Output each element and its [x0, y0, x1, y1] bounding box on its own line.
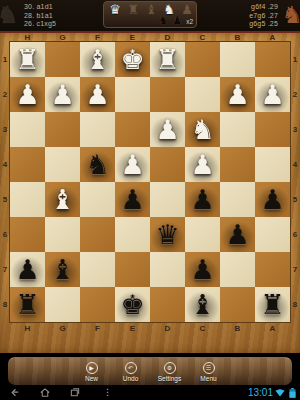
undo-button-label: Undo	[123, 375, 139, 382]
battery-icon	[289, 388, 296, 398]
square-d1[interactable]: ♜	[150, 42, 185, 77]
square-h3[interactable]	[10, 112, 45, 147]
chess-app-screen: ♞ 30. a1d128. b1a126. c1xg5 ♛♜♝♞♟ ♞♟x2 g…	[0, 0, 300, 400]
file-label-g: G	[45, 33, 80, 42]
rank-label-2: 2	[0, 77, 10, 112]
rank-label-5: 5	[290, 182, 300, 217]
square-f5[interactable]	[80, 182, 115, 217]
file-label-h: H	[10, 33, 45, 42]
square-e1[interactable]: ♚	[115, 42, 150, 77]
square-g5[interactable]: ♝	[45, 182, 80, 217]
square-a4[interactable]	[255, 147, 290, 182]
square-h6[interactable]	[10, 217, 45, 252]
rank-label-8: 8	[290, 287, 300, 322]
new-button[interactable]: ▶New	[77, 362, 107, 382]
move-entry: 26. c1xg5	[24, 20, 56, 29]
square-b7[interactable]	[220, 252, 255, 287]
settings-button[interactable]: ⚙Settings	[155, 362, 185, 382]
square-e6[interactable]	[115, 217, 150, 252]
file-labels-top: HGFEDCBA	[10, 33, 290, 42]
piece-black-pawn: ♟	[190, 182, 214, 217]
square-f7[interactable]	[80, 252, 115, 287]
settings-button-label: Settings	[158, 375, 182, 382]
piece-black-queen: ♛	[155, 217, 179, 252]
piece-white-bishop: ♝	[85, 42, 109, 77]
piece-white-king: ♚	[120, 42, 144, 77]
square-b1[interactable]	[220, 42, 255, 77]
square-e2[interactable]	[115, 77, 150, 112]
new-button-label: New	[85, 375, 98, 382]
white-move-list: 30. a1d128. b1a126. c1xg5	[24, 3, 56, 29]
captured-black-knight: ♞	[158, 15, 168, 27]
file-label-f: F	[80, 33, 115, 42]
play-icon: ▶	[86, 362, 98, 374]
file-label-d: D	[150, 322, 185, 336]
file-label-b: B	[220, 33, 255, 42]
file-label-f: F	[80, 322, 115, 336]
captured-black-row: ♞♟x2	[158, 15, 193, 27]
black-knight-player-icon: ♞	[0, 2, 19, 28]
board-frame: HGFEDCBA 12345678 12345678 ♜♝♚♜♟♟♟♟♟♟♞♞♟…	[0, 31, 300, 353]
square-a7[interactable]	[255, 252, 290, 287]
piece-black-pawn: ♟	[190, 252, 214, 287]
rank-labels-left: 12345678	[0, 42, 10, 322]
square-b4[interactable]	[220, 147, 255, 182]
file-label-c: C	[185, 322, 220, 336]
piece-white-pawn: ♟	[120, 147, 144, 182]
square-a6[interactable]	[255, 217, 290, 252]
rank-label-6: 6	[290, 217, 300, 252]
square-g4[interactable]	[45, 147, 80, 182]
square-h8[interactable]: ♜	[10, 287, 45, 322]
square-f8[interactable]	[80, 287, 115, 322]
undo-icon: ↶	[125, 362, 137, 374]
square-d5[interactable]	[150, 182, 185, 217]
captured-white-rook-ghost: ♜	[125, 2, 141, 17]
square-f6[interactable]	[80, 217, 115, 252]
rank-label-8: 8	[0, 287, 10, 322]
move-entry: g6f4 .29	[249, 3, 278, 12]
recent-apps-icon[interactable]	[69, 387, 81, 398]
android-nav-bar: ⋮ 13:01	[0, 385, 300, 400]
rank-label-5: 5	[0, 182, 10, 217]
file-label-h: H	[10, 322, 45, 336]
square-d4[interactable]	[150, 147, 185, 182]
square-e8[interactable]: ♚	[115, 287, 150, 322]
square-d2[interactable]	[150, 77, 185, 112]
file-label-b: B	[220, 322, 255, 336]
square-c1[interactable]	[185, 42, 220, 77]
rank-label-2: 2	[290, 77, 300, 112]
square-g7[interactable]: ♝	[45, 252, 80, 287]
square-c8[interactable]: ♝	[185, 287, 220, 322]
square-a3[interactable]	[255, 112, 290, 147]
rank-label-3: 3	[0, 112, 10, 147]
square-d3[interactable]: ♟	[150, 112, 185, 147]
file-label-g: G	[45, 322, 80, 336]
file-label-a: A	[255, 33, 290, 42]
square-a8[interactable]: ♜	[255, 287, 290, 322]
captured-white-bishop-ghost: ♝	[143, 2, 159, 17]
square-e7[interactable]	[115, 252, 150, 287]
home-icon[interactable]	[39, 387, 51, 398]
rank-labels-right: 12345678	[290, 42, 300, 322]
square-c6[interactable]	[185, 217, 220, 252]
file-label-c: C	[185, 33, 220, 42]
piece-white-pawn: ♟	[225, 77, 249, 112]
square-b6[interactable]: ♟	[220, 217, 255, 252]
captured-count-label: x2	[186, 16, 193, 27]
piece-black-bishop: ♝	[50, 252, 74, 287]
square-c7[interactable]: ♟	[185, 252, 220, 287]
square-c4[interactable]: ♟	[185, 147, 220, 182]
wifi-icon	[275, 388, 285, 397]
square-b2[interactable]: ♟	[220, 77, 255, 112]
square-c5[interactable]: ♟	[185, 182, 220, 217]
square-d8[interactable]	[150, 287, 185, 322]
move-entry: 28. b1a1	[24, 12, 56, 21]
square-g3[interactable]	[45, 112, 80, 147]
square-a2[interactable]: ♟	[255, 77, 290, 112]
black-move-list: g6f4 .29e7g6 .27g6g5 .25	[249, 3, 278, 29]
square-a1[interactable]	[255, 42, 290, 77]
square-b3[interactable]	[220, 112, 255, 147]
menu-button[interactable]: ☰Menu	[194, 362, 224, 382]
file-labels-bottom: HGFEDCBA	[10, 322, 290, 336]
square-g2[interactable]: ♟	[45, 77, 80, 112]
square-a5[interactable]: ♟	[255, 182, 290, 217]
piece-black-pawn: ♟	[120, 182, 144, 217]
square-c2[interactable]	[185, 77, 220, 112]
square-e5[interactable]: ♟	[115, 182, 150, 217]
piece-black-knight: ♞	[85, 147, 109, 182]
square-g6[interactable]	[45, 217, 80, 252]
move-entry: g6g5 .25	[249, 20, 278, 29]
square-b8[interactable]	[220, 287, 255, 322]
file-label-e: E	[115, 33, 150, 42]
file-label-a: A	[255, 322, 290, 336]
game-toolbar: ▶New↶Undo⚙Settings☰Menu	[8, 357, 292, 385]
undo-button[interactable]: ↶Undo	[116, 362, 146, 382]
piece-white-bishop: ♝	[50, 182, 74, 217]
square-d7[interactable]	[150, 252, 185, 287]
piece-white-rook: ♜	[155, 42, 179, 77]
rank-label-7: 7	[0, 252, 10, 287]
piece-white-knight: ♞	[190, 112, 214, 147]
square-h2[interactable]: ♟	[10, 77, 45, 112]
square-f2[interactable]: ♟	[80, 77, 115, 112]
file-label-e: E	[115, 322, 150, 336]
rank-label-1: 1	[0, 42, 10, 77]
piece-black-king: ♚	[120, 287, 144, 322]
rank-label-4: 4	[0, 147, 10, 182]
menu-button-label: Menu	[200, 375, 216, 382]
rank-label-6: 6	[0, 217, 10, 252]
square-e4[interactable]: ♟	[115, 147, 150, 182]
piece-white-pawn: ♟	[15, 77, 39, 112]
rank-label-4: 4	[290, 147, 300, 182]
piece-black-rook: ♜	[15, 287, 39, 322]
file-label-d: D	[150, 33, 185, 42]
captured-white-queen: ♛	[107, 2, 123, 17]
piece-black-pawn: ♟	[260, 182, 284, 217]
piece-black-pawn: ♟	[15, 252, 39, 287]
square-g1[interactable]	[45, 42, 80, 77]
rank-label-7: 7	[290, 252, 300, 287]
square-h7[interactable]: ♟	[10, 252, 45, 287]
piece-white-pawn: ♟	[260, 77, 284, 112]
move-entry: e7g6 .27	[249, 12, 278, 21]
square-c3[interactable]: ♞	[185, 112, 220, 147]
square-h5[interactable]	[10, 182, 45, 217]
captured-pieces-tray: ♛♜♝♞♟ ♞♟x2	[103, 1, 197, 28]
piece-white-pawn: ♟	[50, 77, 74, 112]
piece-white-pawn: ♟	[155, 112, 179, 147]
square-f3[interactable]	[80, 112, 115, 147]
brown-knight-player-icon: ♞	[281, 2, 300, 28]
piece-white-rook: ♜	[15, 42, 39, 77]
square-e3[interactable]	[115, 112, 150, 147]
menu-icon: ☰	[203, 362, 215, 374]
top-bar: ♞ 30. a1d128. b1a126. c1xg5 ♛♜♝♞♟ ♞♟x2 g…	[0, 0, 300, 31]
square-f4[interactable]: ♞	[80, 147, 115, 182]
square-b5[interactable]	[220, 182, 255, 217]
rank-label-1: 1	[290, 42, 300, 77]
piece-black-rook: ♜	[260, 287, 284, 322]
square-d6[interactable]: ♛	[150, 217, 185, 252]
piece-white-pawn: ♟	[190, 147, 214, 182]
rank-label-3: 3	[290, 112, 300, 147]
square-h1[interactable]: ♜	[10, 42, 45, 77]
status-bar-clock: 13:01	[248, 386, 273, 399]
captured-black-pawn: ♟	[172, 15, 182, 27]
square-g8[interactable]	[45, 287, 80, 322]
piece-black-pawn: ♟	[225, 217, 249, 252]
chess-board: ♜♝♚♜♟♟♟♟♟♟♞♞♟♟♝♟♟♟♛♟♟♝♟♜♚♝♜	[10, 42, 290, 322]
piece-black-bishop: ♝	[190, 287, 214, 322]
square-h4[interactable]	[10, 147, 45, 182]
overflow-menu-icon[interactable]: ⋮	[103, 386, 112, 399]
piece-white-pawn: ♟	[85, 77, 109, 112]
move-entry: 30. a1d1	[24, 3, 56, 12]
settings-icon: ⚙	[164, 362, 176, 374]
square-f1[interactable]: ♝	[80, 42, 115, 77]
back-icon[interactable]	[9, 387, 21, 398]
